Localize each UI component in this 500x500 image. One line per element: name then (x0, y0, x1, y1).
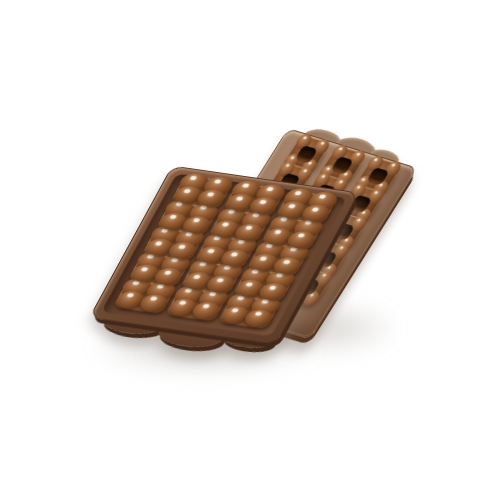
product-photo (0, 0, 500, 500)
